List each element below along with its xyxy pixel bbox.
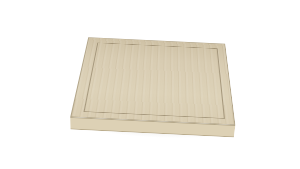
board-perspective-scene [76, 0, 233, 156]
chess-board [70, 37, 235, 125]
board-grid [85, 43, 224, 118]
rank-labels-left [73, 43, 98, 110]
board-surface [70, 37, 235, 125]
product-photo-background [0, 0, 300, 169]
board-rotation-wrap [76, 0, 233, 156]
